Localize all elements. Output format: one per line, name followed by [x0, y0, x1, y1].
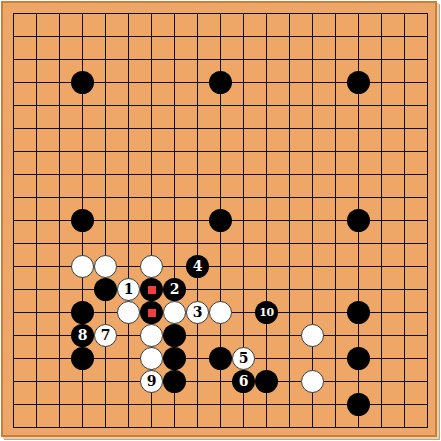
white-stone	[301, 370, 324, 393]
stone-move-number: 7	[101, 328, 111, 343]
white-stone	[163, 301, 186, 324]
stone-move-number: 1	[124, 282, 134, 297]
stone-move-number: 5	[239, 351, 249, 366]
red-square-marker-icon	[148, 286, 156, 294]
black-stone	[163, 370, 186, 393]
stone-move-number: 3	[193, 305, 203, 320]
black-stone-move-4: 4	[186, 255, 209, 278]
black-stone-move-2: 2	[163, 278, 186, 301]
stone-move-number: 4	[193, 259, 203, 274]
go-board: 41231087596	[1, 1, 437, 437]
black-stone	[71, 71, 94, 94]
black-stone	[209, 209, 232, 232]
stone-move-number: 9	[147, 374, 157, 389]
white-stone	[94, 255, 117, 278]
white-stone	[140, 255, 163, 278]
black-stone	[71, 347, 94, 370]
black-stone	[71, 301, 94, 324]
black-stone	[255, 370, 278, 393]
black-stone	[94, 278, 117, 301]
stone-move-number: 10	[259, 307, 273, 319]
black-stone	[209, 347, 232, 370]
black-stone	[347, 71, 370, 94]
black-stone	[140, 301, 163, 324]
white-stone	[301, 324, 324, 347]
white-stone	[117, 301, 140, 324]
go-diagram-page: 41231087596	[0, 0, 441, 441]
stone-move-number: 8	[78, 328, 88, 343]
black-stone	[347, 347, 370, 370]
white-stone-move-9: 9	[140, 370, 163, 393]
stone-move-number: 2	[170, 282, 180, 297]
white-stone	[209, 301, 232, 324]
red-square-marker-icon	[148, 309, 156, 317]
stone-move-number: 6	[239, 374, 249, 389]
white-stone	[140, 324, 163, 347]
black-stone-move-10: 10	[255, 301, 278, 324]
black-stone-move-6: 6	[232, 370, 255, 393]
black-stone	[347, 393, 370, 416]
black-stone	[71, 209, 94, 232]
white-stone-move-3: 3	[186, 301, 209, 324]
black-stone	[163, 324, 186, 347]
black-stone	[163, 347, 186, 370]
black-stone	[140, 278, 163, 301]
white-stone	[140, 347, 163, 370]
white-stone-move-5: 5	[232, 347, 255, 370]
white-stone-move-7: 7	[94, 324, 117, 347]
white-stone-move-1: 1	[117, 278, 140, 301]
black-stone	[209, 71, 232, 94]
white-stone	[71, 255, 94, 278]
black-stone	[347, 301, 370, 324]
black-stone	[347, 209, 370, 232]
black-stone-move-8: 8	[71, 324, 94, 347]
